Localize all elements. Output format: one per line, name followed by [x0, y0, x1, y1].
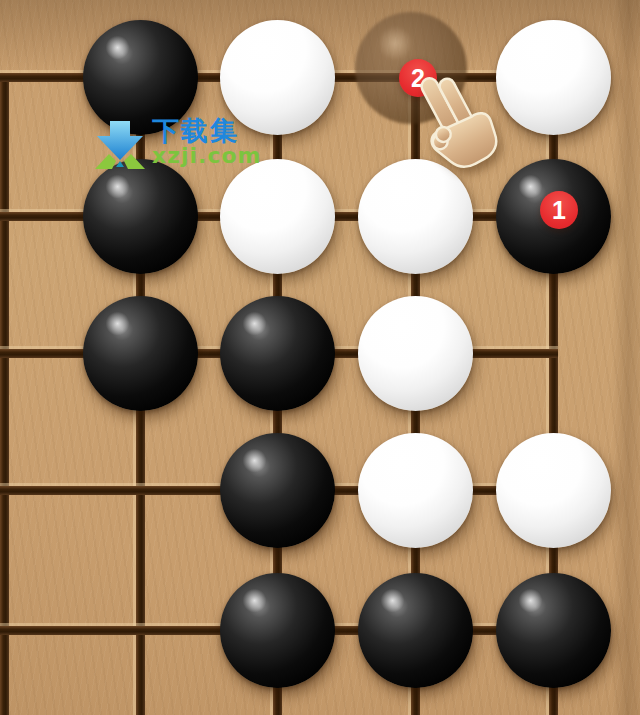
move-number-badge: 1: [540, 191, 578, 229]
white-stone: [220, 159, 335, 274]
black-stone: [220, 433, 335, 548]
black-stone: [83, 296, 198, 411]
white-stone: [496, 20, 611, 135]
white-stone: [496, 433, 611, 548]
black-stone: [220, 573, 335, 688]
black-stone: [220, 296, 335, 411]
tap-hand-cursor-icon: [414, 70, 498, 174]
black-stone: [83, 159, 198, 274]
black-stone: [358, 573, 473, 688]
watermark-domain: xzji.com: [152, 145, 262, 167]
white-stone: [358, 296, 473, 411]
watermark-title: 下载集: [152, 117, 262, 144]
white-stone: [358, 159, 473, 274]
go-board[interactable]: 12: [0, 0, 640, 715]
watermark-download-arrow-icon: [93, 121, 147, 171]
black-stone: [496, 573, 611, 688]
grid-vertical-line: [0, 73, 9, 715]
white-stone: [358, 433, 473, 548]
watermark: 下载集 xzji.com: [93, 117, 262, 171]
